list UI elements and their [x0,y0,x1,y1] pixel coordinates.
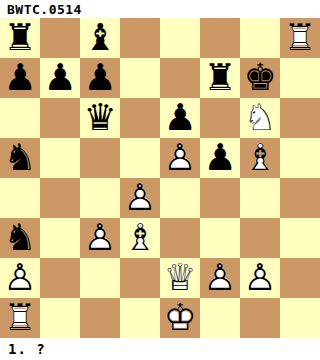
piece-black-king: ♚ [240,58,280,98]
chess-board: ♜♝♜♖♟︎♟︎♟︎♜♚♛♟︎♞♘♞♟︎♙♟︎♝♗♟︎♙♞♟︎♙♝♗♟︎♙♛♕♟… [0,18,320,338]
square-f5[interactable]: ♟︎ [200,138,240,178]
square-f2[interactable]: ♟︎♙ [200,258,240,298]
piece-white-bishop: ♝♗ [120,218,160,258]
square-h6[interactable] [280,98,320,138]
piece-black-pawn: ♟︎ [200,138,240,178]
square-c2[interactable] [80,258,120,298]
square-b5[interactable] [40,138,80,178]
square-b1[interactable] [40,298,80,338]
square-h7[interactable] [280,58,320,98]
square-d1[interactable] [120,298,160,338]
piece-black-pawn: ♟︎ [160,98,200,138]
square-c7[interactable]: ♟︎ [80,58,120,98]
piece-white-pawn: ♟︎♙ [160,138,200,178]
square-g2[interactable]: ♟︎♙ [240,258,280,298]
square-h3[interactable] [280,218,320,258]
square-g1[interactable] [240,298,280,338]
square-b2[interactable] [40,258,80,298]
piece-white-pawn: ♟︎♙ [200,258,240,298]
piece-white-pawn: ♟︎♙ [240,258,280,298]
piece-white-pawn: ♟︎♙ [120,178,160,218]
square-g7[interactable]: ♚ [240,58,280,98]
square-e3[interactable] [160,218,200,258]
square-c8[interactable]: ♝ [80,18,120,58]
square-e6[interactable]: ♟︎ [160,98,200,138]
piece-white-pawn: ♟︎♙ [80,218,120,258]
square-h1[interactable] [280,298,320,338]
piece-black-queen: ♛ [80,98,120,138]
square-d3[interactable]: ♝♗ [120,218,160,258]
square-c3[interactable]: ♟︎♙ [80,218,120,258]
piece-black-rook: ♜ [0,18,40,58]
square-f6[interactable] [200,98,240,138]
square-b6[interactable] [40,98,80,138]
square-e7[interactable] [160,58,200,98]
square-e4[interactable] [160,178,200,218]
square-e2[interactable]: ♛♕ [160,258,200,298]
square-a5[interactable]: ♞ [0,138,40,178]
square-d6[interactable] [120,98,160,138]
square-h5[interactable] [280,138,320,178]
square-a2[interactable]: ♟︎♙ [0,258,40,298]
piece-white-pawn: ♟︎♙ [0,258,40,298]
square-f1[interactable] [200,298,240,338]
piece-white-king: ♚♔ [160,298,200,338]
square-g4[interactable] [240,178,280,218]
square-c6[interactable]: ♛ [80,98,120,138]
piece-black-rook: ♜ [200,58,240,98]
piece-white-knight: ♞♘ [240,98,280,138]
square-d5[interactable] [120,138,160,178]
piece-white-rook: ♜♖ [0,298,40,338]
square-d4[interactable]: ♟︎♙ [120,178,160,218]
square-c1[interactable] [80,298,120,338]
square-b3[interactable] [40,218,80,258]
square-f7[interactable]: ♜ [200,58,240,98]
piece-black-bishop: ♝ [80,18,120,58]
square-b8[interactable] [40,18,80,58]
square-c5[interactable] [80,138,120,178]
square-h4[interactable] [280,178,320,218]
piece-black-knight: ♞ [0,218,40,258]
square-f3[interactable] [200,218,240,258]
square-d7[interactable] [120,58,160,98]
square-e1[interactable]: ♚♔ [160,298,200,338]
square-g3[interactable] [240,218,280,258]
piece-white-rook: ♜♖ [280,18,320,58]
move-prompt: 1. ? [0,338,320,360]
puzzle-id: BWTC.0514 [0,0,320,18]
square-f8[interactable] [200,18,240,58]
square-d8[interactable] [120,18,160,58]
square-f4[interactable] [200,178,240,218]
piece-white-queen: ♛♕ [160,258,200,298]
piece-black-pawn: ♟︎ [0,58,40,98]
square-a3[interactable]: ♞ [0,218,40,258]
square-a8[interactable]: ♜ [0,18,40,58]
square-c4[interactable] [80,178,120,218]
square-g6[interactable]: ♞♘ [240,98,280,138]
square-h8[interactable]: ♜♖ [280,18,320,58]
square-a1[interactable]: ♜♖ [0,298,40,338]
piece-black-pawn: ♟︎ [80,58,120,98]
square-a7[interactable]: ♟︎ [0,58,40,98]
square-a4[interactable] [0,178,40,218]
piece-black-knight: ♞ [0,138,40,178]
square-g8[interactable] [240,18,280,58]
piece-black-pawn: ♟︎ [40,58,80,98]
piece-white-bishop: ♝♗ [240,138,280,178]
square-b7[interactable]: ♟︎ [40,58,80,98]
square-e5[interactable]: ♟︎♙ [160,138,200,178]
square-e8[interactable] [160,18,200,58]
square-h2[interactable] [280,258,320,298]
square-b4[interactable] [40,178,80,218]
square-d2[interactable] [120,258,160,298]
square-a6[interactable] [0,98,40,138]
square-g5[interactable]: ♝♗ [240,138,280,178]
